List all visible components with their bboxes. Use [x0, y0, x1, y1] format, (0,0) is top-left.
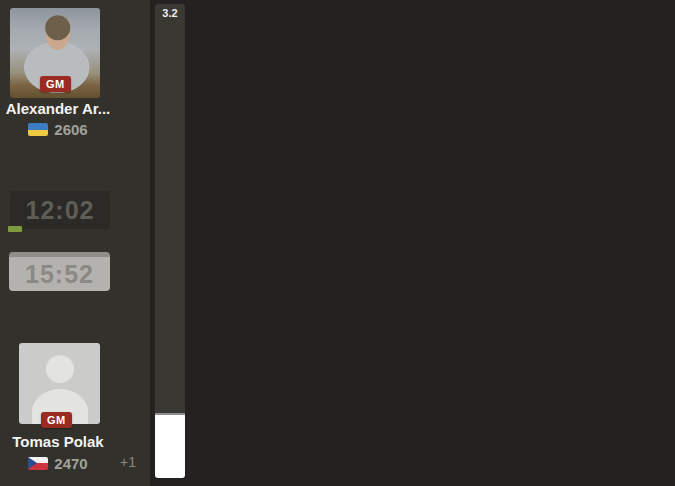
player-name-bottom[interactable]: Tomas Polak — [0, 433, 116, 450]
evaluation-bar — [155, 4, 185, 478]
sidebar: GM Alexander Ar... 2606 12:02 15:52 GM T… — [0, 0, 150, 486]
material-score: +1 — [111, 454, 145, 470]
live-chess-app: GM Alexander Ar... 2606 12:02 15:52 GM T… — [0, 0, 675, 486]
evaluation-bar-white-section — [155, 415, 185, 478]
title-badge-top: GM — [40, 76, 71, 92]
chess-board — [193, 8, 673, 477]
player-name-top[interactable]: Alexander Ar... — [0, 100, 116, 117]
rating-row-bottom: 2470 — [0, 455, 116, 472]
clock-top: 12:02 — [10, 191, 110, 229]
evaluation-score: 3.2 — [155, 7, 185, 19]
czech-flag-icon — [28, 457, 48, 470]
title-badge-bottom: GM — [41, 412, 72, 428]
turn-indicator — [8, 226, 22, 232]
evaluation-bar-black-section — [155, 4, 185, 413]
default-avatar-head — [46, 355, 74, 383]
player-rating-top: 2606 — [54, 121, 87, 138]
player-rating-bottom: 2470 — [54, 455, 87, 472]
clock-bottom: 15:52 — [9, 252, 110, 291]
ukraine-flag-icon — [28, 123, 48, 136]
rating-row-top: 2606 — [0, 121, 116, 138]
